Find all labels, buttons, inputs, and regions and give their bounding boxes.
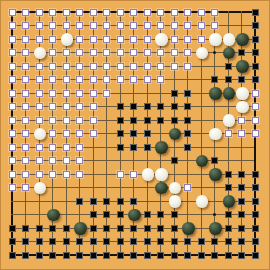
black-territory-marker <box>117 225 124 232</box>
white-territory-marker <box>36 103 43 110</box>
black-territory-marker <box>103 225 110 232</box>
black-territory-marker <box>225 171 232 178</box>
black-territory-marker <box>252 22 259 29</box>
white-territory-marker <box>117 36 124 43</box>
white-territory-marker <box>144 76 151 83</box>
white-territory-marker <box>9 22 16 29</box>
white-territory-marker <box>49 144 56 151</box>
black-territory-marker <box>90 225 97 232</box>
black-territory-marker <box>103 198 110 205</box>
white-territory-marker <box>76 49 83 56</box>
black-stone[interactable] <box>196 155 209 168</box>
black-territory-marker <box>184 130 191 137</box>
black-territory-marker <box>130 252 137 259</box>
black-territory-marker <box>225 225 232 232</box>
white-territory-marker <box>9 9 16 16</box>
white-territory-marker <box>36 9 43 16</box>
black-stone[interactable] <box>223 87 236 100</box>
black-territory-marker <box>130 198 137 205</box>
black-stone[interactable] <box>155 141 168 154</box>
white-territory-marker <box>171 36 178 43</box>
white-territory-marker <box>238 130 245 137</box>
white-territory-marker <box>103 36 110 43</box>
black-territory-marker <box>157 252 164 259</box>
white-territory-marker <box>63 157 70 164</box>
black-territory-marker <box>63 252 70 259</box>
white-territory-marker <box>49 9 56 16</box>
white-stone[interactable] <box>155 168 168 181</box>
black-territory-marker <box>171 238 178 245</box>
black-territory-marker <box>184 90 191 97</box>
black-territory-marker <box>144 103 151 110</box>
white-territory-marker <box>9 36 16 43</box>
white-territory-marker <box>225 130 232 137</box>
black-territory-marker <box>252 36 259 43</box>
white-territory-marker <box>117 76 124 83</box>
white-territory-marker <box>157 9 164 16</box>
black-stone[interactable] <box>236 60 249 73</box>
white-territory-marker <box>144 9 151 16</box>
white-territory-marker <box>90 103 97 110</box>
black-territory-marker <box>171 117 178 124</box>
white-territory-marker <box>76 36 83 43</box>
board-grid-line-vertical <box>160 11 161 256</box>
white-territory-marker <box>90 130 97 137</box>
white-territory-marker <box>157 63 164 70</box>
white-territory-marker <box>9 103 16 110</box>
white-territory-marker <box>49 103 56 110</box>
black-territory-marker <box>117 238 124 245</box>
white-territory-marker <box>36 117 43 124</box>
black-territory-marker <box>211 76 218 83</box>
white-territory-marker <box>144 36 151 43</box>
white-territory-marker <box>90 9 97 16</box>
white-territory-marker <box>63 130 70 137</box>
white-territory-marker <box>117 171 124 178</box>
go-board[interactable] <box>0 0 270 270</box>
black-territory-marker <box>144 130 151 137</box>
white-territory-marker <box>22 22 29 29</box>
white-territory-marker <box>49 117 56 124</box>
black-territory-marker <box>117 117 124 124</box>
black-territory-marker <box>76 238 83 245</box>
black-territory-marker <box>238 76 245 83</box>
white-territory-marker <box>9 117 16 124</box>
white-territory-marker <box>76 63 83 70</box>
white-territory-marker <box>63 144 70 151</box>
white-territory-marker <box>63 103 70 110</box>
black-stone[interactable] <box>182 222 195 235</box>
black-territory-marker <box>171 103 178 110</box>
white-territory-marker <box>103 49 110 56</box>
white-territory-marker <box>90 117 97 124</box>
white-territory-marker <box>76 76 83 83</box>
black-territory-marker <box>252 76 259 83</box>
white-territory-marker <box>36 171 43 178</box>
white-territory-marker <box>130 171 137 178</box>
black-territory-marker <box>103 252 110 259</box>
black-territory-marker <box>211 238 218 245</box>
black-territory-marker <box>157 225 164 232</box>
black-territory-marker <box>49 238 56 245</box>
white-territory-marker <box>117 49 124 56</box>
black-territory-marker <box>157 103 164 110</box>
white-stone[interactable] <box>196 195 209 208</box>
star-point <box>213 51 216 54</box>
white-territory-marker <box>252 130 259 137</box>
black-territory-marker <box>238 198 245 205</box>
black-territory-marker <box>144 144 151 151</box>
white-territory-marker <box>22 144 29 151</box>
white-territory-marker <box>90 36 97 43</box>
black-territory-marker <box>252 184 259 191</box>
black-territory-marker <box>36 225 43 232</box>
black-territory-marker <box>171 225 178 232</box>
white-stone[interactable] <box>155 33 168 46</box>
white-territory-marker <box>103 76 110 83</box>
black-territory-marker <box>238 211 245 218</box>
white-territory-marker <box>171 9 178 16</box>
white-territory-marker <box>90 90 97 97</box>
black-territory-marker <box>63 225 70 232</box>
white-territory-marker <box>22 49 29 56</box>
white-territory-marker <box>144 49 151 56</box>
white-territory-marker <box>9 130 16 137</box>
white-territory-marker <box>157 22 164 29</box>
white-territory-marker <box>63 63 70 70</box>
white-territory-marker <box>103 22 110 29</box>
white-territory-marker <box>117 63 124 70</box>
black-stone[interactable] <box>128 209 141 222</box>
white-territory-marker <box>36 22 43 29</box>
black-territory-marker <box>184 103 191 110</box>
white-territory-marker <box>22 9 29 16</box>
white-territory-marker <box>36 76 43 83</box>
white-territory-marker <box>90 49 97 56</box>
white-territory-marker <box>184 63 191 70</box>
star-point <box>213 213 216 216</box>
white-territory-marker <box>171 63 178 70</box>
black-territory-marker <box>144 225 151 232</box>
black-stone[interactable] <box>223 195 236 208</box>
black-territory-marker <box>130 117 137 124</box>
white-territory-marker <box>9 49 16 56</box>
black-territory-marker <box>90 198 97 205</box>
black-territory-marker <box>171 157 178 164</box>
black-territory-marker <box>184 144 191 151</box>
black-territory-marker <box>198 238 205 245</box>
white-territory-marker <box>117 9 124 16</box>
black-territory-marker <box>9 238 16 245</box>
white-stone[interactable] <box>34 47 47 60</box>
white-territory-marker <box>63 171 70 178</box>
white-territory-marker <box>130 76 137 83</box>
black-territory-marker <box>144 238 151 245</box>
white-territory-marker <box>22 90 29 97</box>
black-territory-marker <box>117 211 124 218</box>
black-territory-marker <box>157 117 164 124</box>
black-territory-marker <box>22 225 29 232</box>
white-territory-marker <box>49 90 56 97</box>
white-territory-marker <box>198 9 205 16</box>
white-territory-marker <box>76 130 83 137</box>
black-territory-marker <box>225 238 232 245</box>
board-grid-line-horizontal <box>11 160 256 161</box>
black-territory-marker <box>157 211 164 218</box>
black-territory-marker <box>211 157 218 164</box>
black-territory-marker <box>211 252 218 259</box>
black-territory-marker <box>9 252 16 259</box>
black-territory-marker <box>90 252 97 259</box>
white-territory-marker <box>22 157 29 164</box>
white-stone[interactable] <box>169 182 182 195</box>
white-stone[interactable] <box>142 168 155 181</box>
white-territory-marker <box>171 49 178 56</box>
white-territory-marker <box>252 117 259 124</box>
white-territory-marker <box>9 171 16 178</box>
black-stone[interactable] <box>223 47 236 60</box>
black-territory-marker <box>117 144 124 151</box>
white-stone[interactable] <box>209 33 222 46</box>
white-territory-marker <box>49 76 56 83</box>
white-territory-marker <box>9 90 16 97</box>
black-territory-marker <box>117 103 124 110</box>
black-territory-marker <box>36 238 43 245</box>
white-stone[interactable] <box>236 101 249 114</box>
white-territory-marker <box>76 22 83 29</box>
black-territory-marker <box>144 211 151 218</box>
white-territory-marker <box>49 130 56 137</box>
white-territory-marker <box>76 90 83 97</box>
black-territory-marker <box>117 130 124 137</box>
black-stone[interactable] <box>74 222 87 235</box>
white-stone[interactable] <box>196 47 209 60</box>
black-territory-marker <box>90 211 97 218</box>
white-territory-marker <box>49 157 56 164</box>
black-territory-marker <box>252 211 259 218</box>
black-territory-marker <box>238 171 245 178</box>
white-territory-marker <box>9 76 16 83</box>
black-territory-marker <box>252 49 259 56</box>
white-territory-marker <box>36 36 43 43</box>
white-territory-marker <box>157 49 164 56</box>
black-territory-marker <box>225 184 232 191</box>
black-territory-marker <box>198 252 205 259</box>
black-territory-marker <box>171 211 178 218</box>
black-territory-marker <box>22 252 29 259</box>
white-territory-marker <box>63 76 70 83</box>
white-territory-marker <box>9 63 16 70</box>
white-territory-marker <box>76 9 83 16</box>
white-territory-marker <box>144 63 151 70</box>
white-territory-marker <box>76 144 83 151</box>
black-territory-marker <box>103 238 110 245</box>
black-territory-marker <box>238 252 245 259</box>
black-territory-marker <box>130 144 137 151</box>
black-territory-marker <box>90 238 97 245</box>
white-territory-marker <box>130 63 137 70</box>
white-territory-marker <box>63 9 70 16</box>
white-territory-marker <box>90 22 97 29</box>
black-territory-marker <box>252 171 259 178</box>
white-territory-marker <box>90 76 97 83</box>
black-stone[interactable] <box>236 33 249 46</box>
white-territory-marker <box>184 36 191 43</box>
white-territory-marker <box>36 90 43 97</box>
white-territory-marker <box>171 22 178 29</box>
white-territory-marker <box>211 9 218 16</box>
white-stone[interactable] <box>209 128 222 141</box>
white-stone[interactable] <box>236 87 249 100</box>
white-territory-marker <box>36 157 43 164</box>
white-territory-marker <box>157 76 164 83</box>
white-stone[interactable] <box>223 33 236 46</box>
white-territory-marker <box>198 22 205 29</box>
white-territory-marker <box>184 49 191 56</box>
black-territory-marker <box>225 211 232 218</box>
white-territory-marker <box>63 22 70 29</box>
white-territory-marker <box>63 49 70 56</box>
white-territory-marker <box>198 36 205 43</box>
black-territory-marker <box>117 252 124 259</box>
black-territory-marker <box>225 63 232 70</box>
black-territory-marker <box>252 63 259 70</box>
white-territory-marker <box>252 103 259 110</box>
white-territory-marker <box>49 49 56 56</box>
white-territory-marker <box>9 184 16 191</box>
black-stone[interactable] <box>47 209 60 222</box>
white-territory-marker <box>36 144 43 151</box>
black-territory-marker <box>238 225 245 232</box>
white-territory-marker <box>252 90 259 97</box>
white-territory-marker <box>117 22 124 29</box>
white-territory-marker <box>9 144 16 151</box>
white-territory-marker <box>130 9 137 16</box>
white-territory-marker <box>22 117 29 124</box>
black-territory-marker <box>76 198 83 205</box>
white-territory-marker <box>49 171 56 178</box>
white-stone[interactable] <box>169 195 182 208</box>
black-territory-marker <box>130 130 137 137</box>
black-territory-marker <box>157 238 164 245</box>
black-territory-marker <box>238 184 245 191</box>
black-territory-marker <box>171 90 178 97</box>
white-territory-marker <box>76 171 83 178</box>
board-grid-line-horizontal <box>11 187 256 188</box>
white-territory-marker <box>130 49 137 56</box>
black-stone[interactable] <box>209 222 222 235</box>
black-territory-marker <box>63 238 70 245</box>
white-territory-marker <box>184 22 191 29</box>
white-stone[interactable] <box>34 128 47 141</box>
white-stone[interactable] <box>34 182 47 195</box>
black-territory-marker <box>184 238 191 245</box>
white-stone[interactable] <box>61 33 74 46</box>
white-territory-marker <box>103 63 110 70</box>
black-territory-marker <box>225 76 232 83</box>
white-territory-marker <box>63 117 70 124</box>
black-territory-marker <box>252 198 259 205</box>
black-territory-marker <box>144 252 151 259</box>
black-territory-marker <box>117 198 124 205</box>
black-territory-marker <box>238 49 245 56</box>
white-territory-marker <box>49 63 56 70</box>
black-territory-marker <box>9 225 16 232</box>
white-territory-marker <box>130 22 137 29</box>
black-territory-marker <box>103 211 110 218</box>
white-stone[interactable] <box>223 114 236 127</box>
white-territory-marker <box>76 103 83 110</box>
white-territory-marker <box>184 9 191 16</box>
black-territory-marker <box>144 117 151 124</box>
white-territory-marker <box>36 63 43 70</box>
black-stone[interactable] <box>209 168 222 181</box>
white-territory-marker <box>144 22 151 29</box>
black-territory-marker <box>171 252 178 259</box>
white-territory-marker <box>103 9 110 16</box>
white-territory-marker <box>22 36 29 43</box>
black-territory-marker <box>130 225 137 232</box>
white-territory-marker <box>103 90 110 97</box>
black-stone[interactable] <box>209 87 222 100</box>
white-territory-marker <box>49 22 56 29</box>
black-territory-marker <box>238 238 245 245</box>
black-territory-marker <box>252 9 259 16</box>
white-territory-marker <box>49 36 56 43</box>
white-territory-marker <box>76 157 83 164</box>
white-territory-marker <box>130 36 137 43</box>
white-territory-marker <box>22 171 29 178</box>
black-territory-marker <box>130 238 137 245</box>
white-territory-marker <box>22 184 29 191</box>
black-territory-marker <box>184 252 191 259</box>
white-territory-marker <box>90 63 97 70</box>
black-stone[interactable] <box>169 128 182 141</box>
black-territory-marker <box>252 252 259 259</box>
black-territory-marker <box>36 252 43 259</box>
white-territory-marker <box>9 157 16 164</box>
white-territory-marker <box>22 76 29 83</box>
white-territory-marker <box>63 90 70 97</box>
white-territory-marker <box>22 63 29 70</box>
white-territory-marker <box>22 130 29 137</box>
black-territory-marker <box>252 225 259 232</box>
black-territory-marker <box>76 252 83 259</box>
white-territory-marker <box>76 117 83 124</box>
white-territory-marker <box>22 103 29 110</box>
white-territory-marker <box>211 22 218 29</box>
white-territory-marker <box>238 117 245 124</box>
black-territory-marker <box>184 117 191 124</box>
black-territory-marker <box>130 103 137 110</box>
white-territory-marker <box>184 184 191 191</box>
black-territory-marker <box>252 238 259 245</box>
black-territory-marker <box>22 238 29 245</box>
black-territory-marker <box>49 252 56 259</box>
black-territory-marker <box>49 225 56 232</box>
black-stone[interactable] <box>155 182 168 195</box>
black-territory-marker <box>225 252 232 259</box>
